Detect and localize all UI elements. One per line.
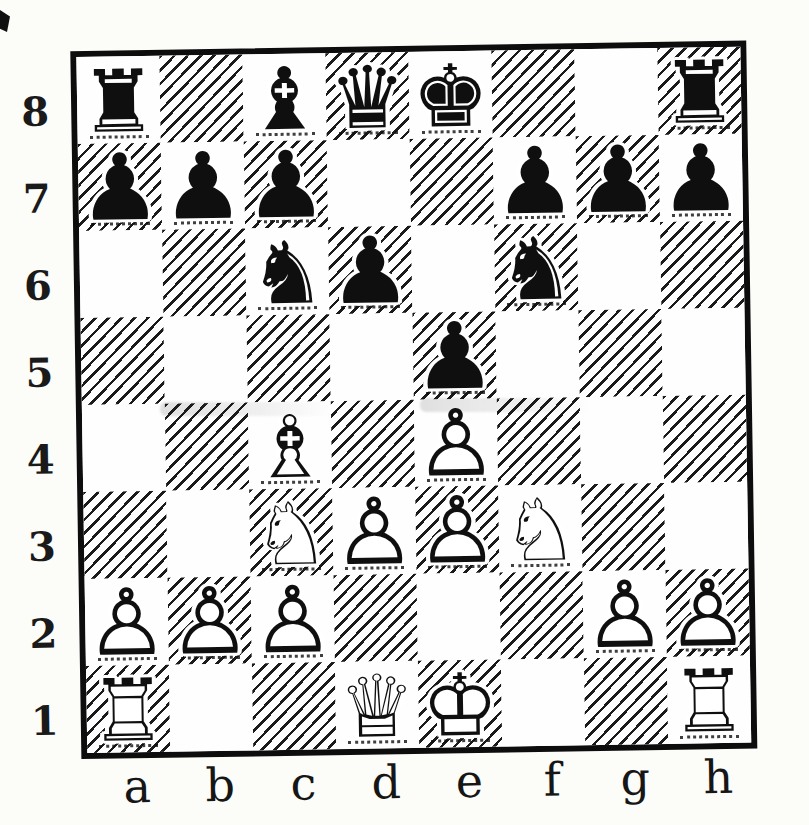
square-d2[interactable] <box>334 574 418 662</box>
black-bishop-c8[interactable]: ♝♝ <box>242 53 326 141</box>
white-pawn-c2[interactable]: ♟♙ <box>251 575 335 663</box>
square-f5[interactable] <box>495 310 579 398</box>
chess-diagram: 87654321 ♜♜♝♝♛♛♚♚♜♜♟♟♟♟♟♟♟♟♟♟♟♟♞♞♟♟♞♞♟♟♝… <box>0 0 809 825</box>
rank-label-3: 3 <box>17 492 66 580</box>
square-h6[interactable] <box>660 221 744 309</box>
file-labels: abcdefgh <box>95 746 760 816</box>
square-e6[interactable] <box>411 225 495 313</box>
black-knight-icon: ♞ <box>494 224 578 312</box>
white-pawn-e3[interactable]: ♟♙ <box>415 486 499 574</box>
black-rook-icon: ♜ <box>76 57 160 145</box>
square-b7[interactable]: ♟♟ <box>161 141 245 229</box>
square-e3[interactable]: ♟♙ <box>415 486 499 574</box>
black-pawn-a7[interactable]: ♟♟ <box>78 143 162 231</box>
black-pawn-icon: ♟ <box>328 227 412 315</box>
black-king-e8[interactable]: ♚♚ <box>408 51 492 139</box>
rank-label-1: 1 <box>20 666 69 754</box>
square-a1[interactable]: ♜♖ <box>86 665 170 753</box>
square-h4[interactable] <box>663 395 747 483</box>
black-king-icon: ♚ <box>408 52 492 140</box>
square-g8[interactable] <box>574 48 658 136</box>
black-knight-f6[interactable]: ♞♞ <box>494 223 578 311</box>
scan-smudge-2 <box>420 398 590 412</box>
black-pawn-icon: ♟ <box>244 141 328 229</box>
square-d5[interactable] <box>329 313 413 401</box>
black-rook-a8[interactable]: ♜♜ <box>76 56 160 144</box>
square-g2[interactable]: ♟♙ <box>583 570 667 658</box>
white-knight-f3[interactable]: ♞♘ <box>498 484 582 572</box>
white-pawn-icon: ♙ <box>332 488 416 576</box>
file-label-b: b <box>178 754 262 815</box>
file-label-h: h <box>676 746 760 807</box>
white-rook-icon: ♖ <box>667 657 751 745</box>
black-pawn-d6[interactable]: ♟♟ <box>328 226 412 314</box>
white-pawn-d3[interactable]: ♟♙ <box>332 487 416 575</box>
black-pawn-b7[interactable]: ♟♟ <box>161 141 245 229</box>
black-pawn-g7[interactable]: ♟♟ <box>576 135 660 223</box>
white-knight-c3[interactable]: ♞♘ <box>249 488 333 576</box>
rank-label-7: 7 <box>12 144 61 232</box>
square-h7[interactable]: ♟♟ <box>659 134 743 222</box>
black-knight-c6[interactable]: ♞♞ <box>245 227 329 315</box>
square-a7[interactable]: ♟♟ <box>78 143 162 231</box>
black-pawn-e5[interactable]: ♟♟ <box>412 312 496 400</box>
white-pawn-icon: ♙ <box>583 571 667 659</box>
square-f2[interactable] <box>500 571 584 659</box>
square-g5[interactable] <box>578 309 662 397</box>
black-bishop-icon: ♝ <box>242 54 326 142</box>
square-d3[interactable]: ♟♙ <box>332 487 416 575</box>
white-pawn-icon: ♙ <box>415 487 499 575</box>
square-d6[interactable]: ♟♟ <box>328 226 412 314</box>
white-pawn-h2[interactable]: ♟♙ <box>666 569 750 657</box>
square-a3[interactable] <box>83 491 167 579</box>
square-e8[interactable]: ♚♚ <box>408 51 492 139</box>
white-king-e1[interactable]: ♚♔ <box>418 660 502 748</box>
black-pawn-icon: ♟ <box>659 135 743 223</box>
white-knight-icon: ♘ <box>498 485 582 573</box>
white-pawn-icon: ♙ <box>414 400 498 488</box>
file-label-c: c <box>261 753 345 814</box>
square-d7[interactable] <box>327 139 411 227</box>
square-a8[interactable]: ♜♜ <box>76 56 160 144</box>
black-queen-d8[interactable]: ♛♛ <box>325 52 409 140</box>
chess-board: ♜♜♝♝♛♛♚♚♜♜♟♟♟♟♟♟♟♟♟♟♟♟♞♞♟♟♞♞♟♟♝♗♟♙♞♘♟♙♟♙… <box>70 41 757 760</box>
square-c5[interactable] <box>246 314 330 402</box>
square-d1[interactable]: ♛♕ <box>335 661 419 749</box>
white-rook-icon: ♖ <box>86 666 170 754</box>
white-knight-icon: ♘ <box>249 489 333 577</box>
white-pawn-b2[interactable]: ♟♙ <box>168 576 252 664</box>
rank-labels: 87654321 <box>10 57 69 754</box>
square-a6[interactable] <box>79 230 163 318</box>
black-pawn-icon: ♟ <box>493 137 577 225</box>
black-pawn-c7[interactable]: ♟♟ <box>244 140 328 228</box>
white-pawn-icon: ♙ <box>251 576 335 664</box>
square-a2[interactable]: ♟♙ <box>85 578 169 666</box>
white-rook-h1[interactable]: ♜♖ <box>667 656 751 744</box>
black-pawn-h7[interactable]: ♟♟ <box>659 134 743 222</box>
square-c3[interactable]: ♞♘ <box>249 488 333 576</box>
white-pawn-a2[interactable]: ♟♙ <box>85 578 169 666</box>
white-king-icon: ♔ <box>418 661 502 749</box>
white-rook-a1[interactable]: ♜♖ <box>86 665 170 753</box>
square-f7[interactable]: ♟♟ <box>493 136 577 224</box>
scanned-page: 87654321 ♜♜♝♝♛♛♚♚♜♜♟♟♟♟♟♟♟♟♟♟♟♟♞♞♟♟♞♞♟♟♝… <box>0 0 809 825</box>
square-g6[interactable] <box>577 222 661 310</box>
file-label-f: f <box>510 749 594 810</box>
square-b6[interactable] <box>162 228 246 316</box>
file-label-a: a <box>95 756 179 817</box>
black-pawn-icon: ♟ <box>412 313 496 401</box>
square-b8[interactable] <box>159 55 243 143</box>
white-pawn-icon: ♙ <box>666 570 750 658</box>
black-pawn-icon: ♟ <box>78 144 162 232</box>
square-h8[interactable]: ♜♜ <box>657 47 741 135</box>
white-pawn-g2[interactable]: ♟♙ <box>583 570 667 658</box>
white-pawn-icon: ♙ <box>168 577 252 665</box>
black-rook-h8[interactable]: ♜♜ <box>657 47 741 135</box>
white-pawn-icon: ♙ <box>85 579 169 667</box>
black-queen-icon: ♛ <box>325 53 409 141</box>
square-c2[interactable]: ♟♙ <box>251 575 335 663</box>
rank-label-5: 5 <box>14 318 63 406</box>
square-c6[interactable]: ♞♞ <box>245 227 329 315</box>
square-b1[interactable] <box>169 663 253 751</box>
black-pawn-f7[interactable]: ♟♟ <box>493 136 577 224</box>
square-e5[interactable]: ♟♟ <box>412 312 496 400</box>
rank-label-2: 2 <box>19 579 68 667</box>
file-label-e: e <box>427 750 511 811</box>
square-f1[interactable] <box>501 658 585 746</box>
rank-label-8: 8 <box>10 57 59 145</box>
square-h2[interactable]: ♟♙ <box>666 569 750 657</box>
rank-label-4: 4 <box>16 405 65 493</box>
square-h1[interactable]: ♜♖ <box>667 656 751 744</box>
square-g4[interactable] <box>580 396 664 484</box>
square-b5[interactable] <box>163 315 247 403</box>
square-f8[interactable] <box>491 49 575 137</box>
white-queen-d1[interactable]: ♛♕ <box>335 661 419 749</box>
square-a4[interactable] <box>82 404 166 492</box>
rank-label-6: 6 <box>13 231 62 319</box>
black-knight-icon: ♞ <box>245 228 329 316</box>
square-b2[interactable]: ♟♙ <box>168 576 252 664</box>
square-a5[interactable] <box>80 317 164 405</box>
black-pawn-icon: ♟ <box>576 136 660 224</box>
square-d8[interactable]: ♛♛ <box>325 52 409 140</box>
black-pawn-icon: ♟ <box>161 142 245 230</box>
square-c1[interactable] <box>252 662 336 750</box>
square-h5[interactable] <box>661 308 745 396</box>
black-rook-icon: ♜ <box>657 48 741 136</box>
square-g3[interactable] <box>581 483 665 571</box>
square-g7[interactable]: ♟♟ <box>576 135 660 223</box>
square-h3[interactable] <box>664 482 748 570</box>
square-g1[interactable] <box>584 657 668 745</box>
square-e7[interactable] <box>410 138 494 226</box>
square-c7[interactable]: ♟♟ <box>244 140 328 228</box>
square-e2[interactable] <box>417 573 501 661</box>
square-c8[interactable]: ♝♝ <box>242 53 326 141</box>
square-f3[interactable]: ♞♘ <box>498 484 582 572</box>
square-f6[interactable]: ♞♞ <box>494 223 578 311</box>
file-label-d: d <box>344 752 428 813</box>
square-e1[interactable]: ♚♔ <box>418 660 502 748</box>
square-d4[interactable] <box>331 400 415 488</box>
file-label-g: g <box>593 748 677 809</box>
scan-smudge-1 <box>160 402 330 416</box>
square-b3[interactable] <box>166 489 250 577</box>
white-queen-icon: ♕ <box>335 662 419 750</box>
